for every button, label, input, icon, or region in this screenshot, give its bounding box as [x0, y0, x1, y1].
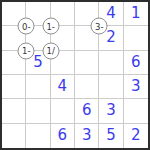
cell-r6c5[interactable]: 5: [99, 124, 123, 148]
mathrax-clue-circle: 0-: [18, 18, 35, 35]
cell-r4c4[interactable]: [75, 75, 99, 99]
cell-r6c6[interactable]: 2: [124, 124, 148, 148]
cell-r6c4[interactable]: 3: [75, 124, 99, 148]
cell-r6c1[interactable]: [2, 124, 26, 148]
cell-r5c5[interactable]: 3: [99, 99, 123, 123]
cell-r3c5[interactable]: [99, 51, 123, 75]
cell-r6c3[interactable]: 6: [51, 124, 75, 148]
cell-r4c3[interactable]: 4: [51, 75, 75, 99]
cell-r4c1[interactable]: [2, 75, 26, 99]
mathrax-clue-circle: 1-: [18, 42, 35, 59]
mathrax-clue-circle: 3-: [91, 18, 108, 35]
cell-r5c2[interactable]: [26, 99, 50, 123]
mathrax-clue-circle: 1/: [42, 42, 59, 59]
cell-r5c1[interactable]: [2, 99, 26, 123]
cell-r5c4[interactable]: 6: [75, 99, 99, 123]
cell-r1c6[interactable]: 1: [124, 2, 148, 26]
cell-r3c4[interactable]: [75, 51, 99, 75]
cell-r4c6[interactable]: 3: [124, 75, 148, 99]
cell-r4c5[interactable]: [99, 75, 123, 99]
cell-r4c2[interactable]: [26, 75, 50, 99]
mathrax-board: 4125643636352 0-1-3-1-1/: [0, 0, 150, 150]
cell-r5c3[interactable]: [51, 99, 75, 123]
cell-r2c6[interactable]: [124, 26, 148, 50]
cell-r3c6[interactable]: 6: [124, 51, 148, 75]
mathrax-clue-circle: 1-: [42, 18, 59, 35]
cell-r5c6[interactable]: [124, 99, 148, 123]
cell-r6c2[interactable]: [26, 124, 50, 148]
